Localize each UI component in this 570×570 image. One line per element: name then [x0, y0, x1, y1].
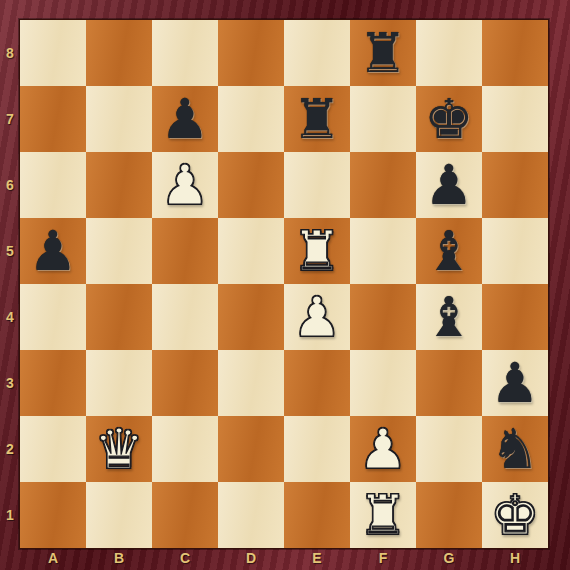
rank-label-3: 3 — [0, 350, 20, 416]
file-label-a: A — [20, 546, 86, 570]
piece-white-pawn[interactable]: ♟ — [292, 284, 341, 350]
square-h4[interactable] — [482, 284, 548, 350]
piece-black-bishop[interactable]: ♝ — [424, 284, 473, 350]
square-g8[interactable] — [416, 20, 482, 86]
square-c4[interactable] — [152, 284, 218, 350]
square-c7[interactable]: ♟ — [152, 86, 218, 152]
file-label-b: B — [86, 546, 152, 570]
file-label-d: D — [218, 546, 284, 570]
square-d3[interactable] — [218, 350, 284, 416]
square-e3[interactable] — [284, 350, 350, 416]
rank-label-6: 6 — [0, 152, 20, 218]
piece-white-pawn[interactable]: ♟ — [358, 416, 407, 482]
square-e4[interactable]: ♟ — [284, 284, 350, 350]
square-e8[interactable] — [284, 20, 350, 86]
square-d5[interactable] — [218, 218, 284, 284]
square-b5[interactable] — [86, 218, 152, 284]
square-c3[interactable] — [152, 350, 218, 416]
square-g4[interactable]: ♝ — [416, 284, 482, 350]
square-e2[interactable] — [284, 416, 350, 482]
square-f1[interactable]: ♜ — [350, 482, 416, 548]
square-b2[interactable]: ♛ — [86, 416, 152, 482]
piece-black-rook[interactable]: ♜ — [292, 86, 341, 152]
piece-black-pawn[interactable]: ♟ — [424, 152, 473, 218]
piece-black-pawn[interactable]: ♟ — [160, 86, 209, 152]
square-e7[interactable]: ♜ — [284, 86, 350, 152]
square-g6[interactable]: ♟ — [416, 152, 482, 218]
square-c5[interactable] — [152, 218, 218, 284]
piece-white-queen[interactable]: ♛ — [94, 416, 143, 482]
square-a5[interactable]: ♟ — [20, 218, 86, 284]
rank-labels: 87654321 — [0, 20, 20, 548]
rank-label-7: 7 — [0, 86, 20, 152]
square-g5[interactable]: ♝ — [416, 218, 482, 284]
square-b6[interactable] — [86, 152, 152, 218]
square-b3[interactable] — [86, 350, 152, 416]
square-f7[interactable] — [350, 86, 416, 152]
piece-black-rook[interactable]: ♜ — [358, 20, 407, 86]
square-h5[interactable] — [482, 218, 548, 284]
rank-label-1: 1 — [0, 482, 20, 548]
piece-black-bishop[interactable]: ♝ — [424, 218, 473, 284]
square-b4[interactable] — [86, 284, 152, 350]
square-b7[interactable] — [86, 86, 152, 152]
file-label-e: E — [284, 546, 350, 570]
board-frame: 87654321 ABCDEFGH ♜♟♜♚♟♟♟♜♝♟♝♟♛♟♞♜♚ — [0, 0, 570, 570]
square-a8[interactable] — [20, 20, 86, 86]
file-label-f: F — [350, 546, 416, 570]
square-b1[interactable] — [86, 482, 152, 548]
square-a7[interactable] — [20, 86, 86, 152]
square-a2[interactable] — [20, 416, 86, 482]
square-a4[interactable] — [20, 284, 86, 350]
square-f6[interactable] — [350, 152, 416, 218]
square-d4[interactable] — [218, 284, 284, 350]
square-f3[interactable] — [350, 350, 416, 416]
square-d2[interactable] — [218, 416, 284, 482]
square-f8[interactable]: ♜ — [350, 20, 416, 86]
file-label-c: C — [152, 546, 218, 570]
square-c8[interactable] — [152, 20, 218, 86]
square-c2[interactable] — [152, 416, 218, 482]
piece-white-king[interactable]: ♚ — [490, 482, 539, 548]
square-b8[interactable] — [86, 20, 152, 86]
square-f5[interactable] — [350, 218, 416, 284]
square-h7[interactable] — [482, 86, 548, 152]
rank-label-5: 5 — [0, 218, 20, 284]
file-label-g: G — [416, 546, 482, 570]
square-f2[interactable]: ♟ — [350, 416, 416, 482]
square-e5[interactable]: ♜ — [284, 218, 350, 284]
piece-white-rook[interactable]: ♜ — [292, 218, 341, 284]
square-a3[interactable] — [20, 350, 86, 416]
piece-black-pawn[interactable]: ♟ — [28, 218, 77, 284]
rank-label-8: 8 — [0, 20, 20, 86]
piece-black-knight[interactable]: ♞ — [490, 416, 539, 482]
square-c6[interactable]: ♟ — [152, 152, 218, 218]
square-a6[interactable] — [20, 152, 86, 218]
square-h2[interactable]: ♞ — [482, 416, 548, 482]
piece-white-rook[interactable]: ♜ — [358, 482, 407, 548]
square-d7[interactable] — [218, 86, 284, 152]
square-h3[interactable]: ♟ — [482, 350, 548, 416]
square-e1[interactable] — [284, 482, 350, 548]
square-d6[interactable] — [218, 152, 284, 218]
square-g3[interactable] — [416, 350, 482, 416]
square-h1[interactable]: ♚ — [482, 482, 548, 548]
square-a1[interactable] — [20, 482, 86, 548]
rank-label-4: 4 — [0, 284, 20, 350]
square-c1[interactable] — [152, 482, 218, 548]
file-labels: ABCDEFGH — [20, 546, 548, 570]
piece-black-king[interactable]: ♚ — [424, 86, 473, 152]
square-g7[interactable]: ♚ — [416, 86, 482, 152]
square-e6[interactable] — [284, 152, 350, 218]
chess-board: ♜♟♜♚♟♟♟♜♝♟♝♟♛♟♞♜♚ — [20, 20, 548, 548]
square-d1[interactable] — [218, 482, 284, 548]
piece-black-pawn[interactable]: ♟ — [490, 350, 539, 416]
square-g2[interactable] — [416, 416, 482, 482]
square-d8[interactable] — [218, 20, 284, 86]
rank-label-2: 2 — [0, 416, 20, 482]
square-f4[interactable] — [350, 284, 416, 350]
square-g1[interactable] — [416, 482, 482, 548]
file-label-h: H — [482, 546, 548, 570]
square-h8[interactable] — [482, 20, 548, 86]
piece-white-pawn[interactable]: ♟ — [160, 152, 209, 218]
square-h6[interactable] — [482, 152, 548, 218]
